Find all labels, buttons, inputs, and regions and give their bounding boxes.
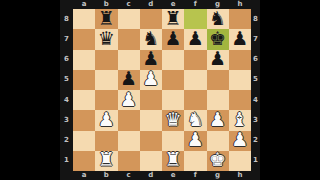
black-rook-piece: ♜ (165, 9, 182, 28)
file-label-c: c (118, 0, 140, 9)
square-g1[interactable]: ♚ (207, 151, 229, 171)
square-b5[interactable] (95, 70, 117, 90)
square-h1[interactable] (229, 151, 251, 171)
square-d2[interactable] (140, 131, 162, 151)
rank-label-4: 4 (251, 90, 260, 110)
square-h5[interactable] (229, 70, 251, 90)
square-f8[interactable] (184, 9, 206, 29)
square-b3[interactable]: ♟ (95, 110, 117, 130)
black-pawn-piece: ♟ (120, 70, 137, 89)
black-king-piece: ♚ (209, 29, 226, 48)
square-c1[interactable] (118, 151, 140, 171)
square-b7[interactable]: ♛ (95, 29, 117, 49)
square-e1[interactable]: ♜ (162, 151, 184, 171)
file-label-g: g (207, 0, 229, 9)
square-a2[interactable] (73, 131, 95, 151)
square-a1[interactable] (73, 151, 95, 171)
square-e3[interactable]: ♛ (162, 110, 184, 130)
white-bishop-piece: ♝ (231, 110, 248, 129)
square-e5[interactable] (162, 70, 184, 90)
white-king-piece: ♚ (209, 151, 226, 170)
white-pawn-piece: ♟ (120, 90, 137, 109)
rank-label-1: 1 (60, 151, 73, 171)
rank-label-8: 8 (60, 9, 73, 29)
square-d1[interactable] (140, 151, 162, 171)
black-knight-piece: ♞ (209, 9, 226, 28)
square-h6[interactable] (229, 50, 251, 70)
square-g2[interactable] (207, 131, 229, 151)
square-b6[interactable] (95, 50, 117, 70)
black-pawn-piece: ♟ (209, 50, 226, 69)
rank-label-6: 6 (60, 50, 73, 70)
square-g4[interactable] (207, 90, 229, 110)
file-labels-top: abcdefgh (73, 0, 251, 9)
square-c3[interactable] (118, 110, 140, 130)
square-b2[interactable] (95, 131, 117, 151)
file-label-f: f (184, 0, 206, 9)
file-labels-bottom: abcdefgh (73, 171, 251, 180)
square-d8[interactable] (140, 9, 162, 29)
black-pawn-piece: ♟ (165, 29, 182, 48)
square-f4[interactable] (184, 90, 206, 110)
square-h7[interactable]: ♟ (229, 29, 251, 49)
file-label-b: b (95, 0, 117, 9)
square-f7[interactable]: ♟ (184, 29, 206, 49)
square-e6[interactable] (162, 50, 184, 70)
rank-label-8: 8 (251, 9, 260, 29)
square-f2[interactable]: ♟ (184, 131, 206, 151)
white-rook-piece: ♜ (98, 151, 115, 170)
file-label-e: e (162, 0, 184, 9)
file-label-h: h (229, 0, 251, 9)
black-rook-piece: ♜ (98, 9, 115, 28)
square-h8[interactable] (229, 9, 251, 29)
square-e2[interactable] (162, 131, 184, 151)
file-label-d: d (140, 171, 162, 180)
square-a3[interactable] (73, 110, 95, 130)
square-a7[interactable] (73, 29, 95, 49)
rank-label-6: 6 (251, 50, 260, 70)
white-pawn-piece: ♟ (209, 110, 226, 129)
square-b4[interactable] (95, 90, 117, 110)
file-label-h: h (229, 171, 251, 180)
rank-label-7: 7 (60, 29, 73, 49)
rank-label-7: 7 (251, 29, 260, 49)
black-queen-piece: ♛ (98, 29, 115, 48)
board-panel: abcdefgh 87654321 ♜♜♞♛♞♟♟♚♟♟♟♟♟♟♟♛♞♟♝♟♟♜… (60, 0, 260, 180)
square-f6[interactable] (184, 50, 206, 70)
square-c7[interactable] (118, 29, 140, 49)
square-h3[interactable]: ♝ (229, 110, 251, 130)
rank-label-1: 1 (251, 151, 260, 171)
square-a6[interactable] (73, 50, 95, 70)
square-a8[interactable] (73, 9, 95, 29)
white-pawn-piece: ♟ (231, 131, 248, 150)
white-knight-piece: ♞ (187, 110, 204, 129)
square-b8[interactable]: ♜ (95, 9, 117, 29)
square-d3[interactable] (140, 110, 162, 130)
rank-labels-right: 87654321 (251, 9, 260, 171)
square-g7[interactable]: ♚ (207, 29, 229, 49)
square-g5[interactable] (207, 70, 229, 90)
rank-label-2: 2 (251, 131, 260, 151)
rank-label-3: 3 (251, 110, 260, 130)
chess-board: ♜♜♞♛♞♟♟♚♟♟♟♟♟♟♟♛♞♟♝♟♟♜♜♚ (73, 9, 251, 171)
rank-label-5: 5 (60, 70, 73, 90)
square-f5[interactable] (184, 70, 206, 90)
white-rook-piece: ♜ (165, 151, 182, 170)
square-d7[interactable]: ♞ (140, 29, 162, 49)
square-c6[interactable] (118, 50, 140, 70)
square-e7[interactable]: ♟ (162, 29, 184, 49)
rank-label-5: 5 (251, 70, 260, 90)
file-label-f: f (184, 171, 206, 180)
square-c8[interactable] (118, 9, 140, 29)
square-h4[interactable] (229, 90, 251, 110)
square-f1[interactable] (184, 151, 206, 171)
rank-label-2: 2 (60, 131, 73, 151)
square-c5[interactable]: ♟ (118, 70, 140, 90)
white-pawn-piece: ♟ (187, 131, 204, 150)
file-label-c: c (118, 171, 140, 180)
square-g8[interactable]: ♞ (207, 9, 229, 29)
black-pawn-piece: ♟ (231, 29, 248, 48)
square-a4[interactable] (73, 90, 95, 110)
square-d6[interactable]: ♟ (140, 50, 162, 70)
file-label-b: b (95, 171, 117, 180)
rank-labels-left: 87654321 (60, 9, 73, 171)
square-d4[interactable] (140, 90, 162, 110)
file-label-e: e (162, 171, 184, 180)
square-d5[interactable]: ♟ (140, 70, 162, 90)
rank-label-4: 4 (60, 90, 73, 110)
square-b1[interactable]: ♜ (95, 151, 117, 171)
square-e4[interactable] (162, 90, 184, 110)
black-pawn-piece: ♟ (142, 50, 159, 69)
file-label-a: a (73, 171, 95, 180)
rank-label-3: 3 (60, 110, 73, 130)
square-c4[interactable]: ♟ (118, 90, 140, 110)
black-pawn-piece: ♟ (187, 29, 204, 48)
square-a5[interactable] (73, 70, 95, 90)
white-pawn-piece: ♟ (98, 110, 115, 129)
white-queen-piece: ♛ (165, 110, 182, 129)
file-label-a: a (73, 0, 95, 9)
square-f3[interactable]: ♞ (184, 110, 206, 130)
square-g6[interactable]: ♟ (207, 50, 229, 70)
square-h2[interactable]: ♟ (229, 131, 251, 151)
black-knight-piece: ♞ (142, 29, 159, 48)
square-c2[interactable] (118, 131, 140, 151)
file-label-g: g (207, 171, 229, 180)
square-e8[interactable]: ♜ (162, 9, 184, 29)
video-frame: abcdefgh 87654321 ♜♜♞♛♞♟♟♚♟♟♟♟♟♟♟♛♞♟♝♟♟♜… (0, 0, 320, 180)
file-label-d: d (140, 0, 162, 9)
square-g3[interactable]: ♟ (207, 110, 229, 130)
white-pawn-piece: ♟ (142, 70, 159, 89)
